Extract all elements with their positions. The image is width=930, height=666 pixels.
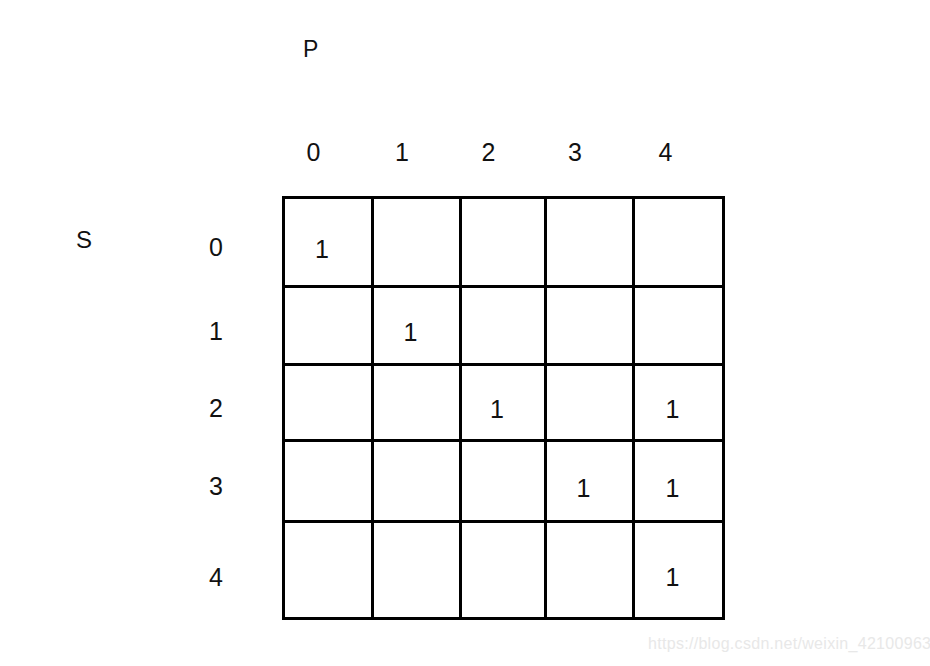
cell-r0c3	[547, 199, 635, 288]
row-header-0: 0	[196, 203, 236, 292]
cell-r0c2	[462, 199, 547, 288]
cell-r2c4: 1	[635, 366, 722, 442]
cell-r2c0	[285, 366, 374, 442]
col-axis-label: P	[303, 38, 318, 61]
cell-r4c3	[547, 523, 635, 617]
cell-r3c1	[374, 442, 462, 523]
cell-r1c2	[462, 288, 547, 366]
col-header-3: 3	[531, 140, 619, 165]
col-header-4: 4	[619, 140, 712, 165]
row-axis-label: S	[76, 228, 92, 252]
cell-r1c3	[547, 288, 635, 366]
row-header-2: 2	[196, 370, 236, 446]
cell-r3c4: 1	[635, 442, 722, 523]
cell-r1c1: 1	[374, 288, 462, 366]
col-header-1: 1	[358, 140, 446, 165]
cell-r4c4: 1	[635, 523, 722, 617]
cell-r4c1	[374, 523, 462, 617]
cell-r0c1	[374, 199, 462, 288]
diagram-canvas: P S 0 1 2 3 4 0 1 2 3 4 1 1 1 1 1 1	[0, 0, 930, 666]
col-header-2: 2	[446, 140, 531, 165]
row-header-3: 3	[196, 446, 236, 527]
cell-r4c0	[285, 523, 374, 617]
cell-r1c4	[635, 288, 722, 366]
row-headers: 0 1 2 3 4	[196, 196, 236, 620]
cell-r3c3: 1	[547, 442, 635, 523]
row-header-4: 4	[196, 527, 236, 627]
matrix-grid: 1 1 1 1 1 1 1	[282, 196, 725, 620]
cell-r2c2: 1	[462, 366, 547, 442]
cell-r4c2	[462, 523, 547, 617]
cell-r0c0: 1	[285, 199, 374, 288]
cell-r3c2	[462, 442, 547, 523]
col-header-0: 0	[269, 140, 358, 165]
cell-r2c1	[374, 366, 462, 442]
cell-r0c4	[635, 199, 722, 288]
watermark-url: https://blog.csdn.net/weixin_42100963	[648, 635, 930, 653]
column-headers: 0 1 2 3 4	[282, 140, 725, 165]
row-header-1: 1	[196, 292, 236, 370]
cell-r1c0	[285, 288, 374, 366]
cell-r2c3	[547, 366, 635, 442]
cell-r3c0	[285, 442, 374, 523]
